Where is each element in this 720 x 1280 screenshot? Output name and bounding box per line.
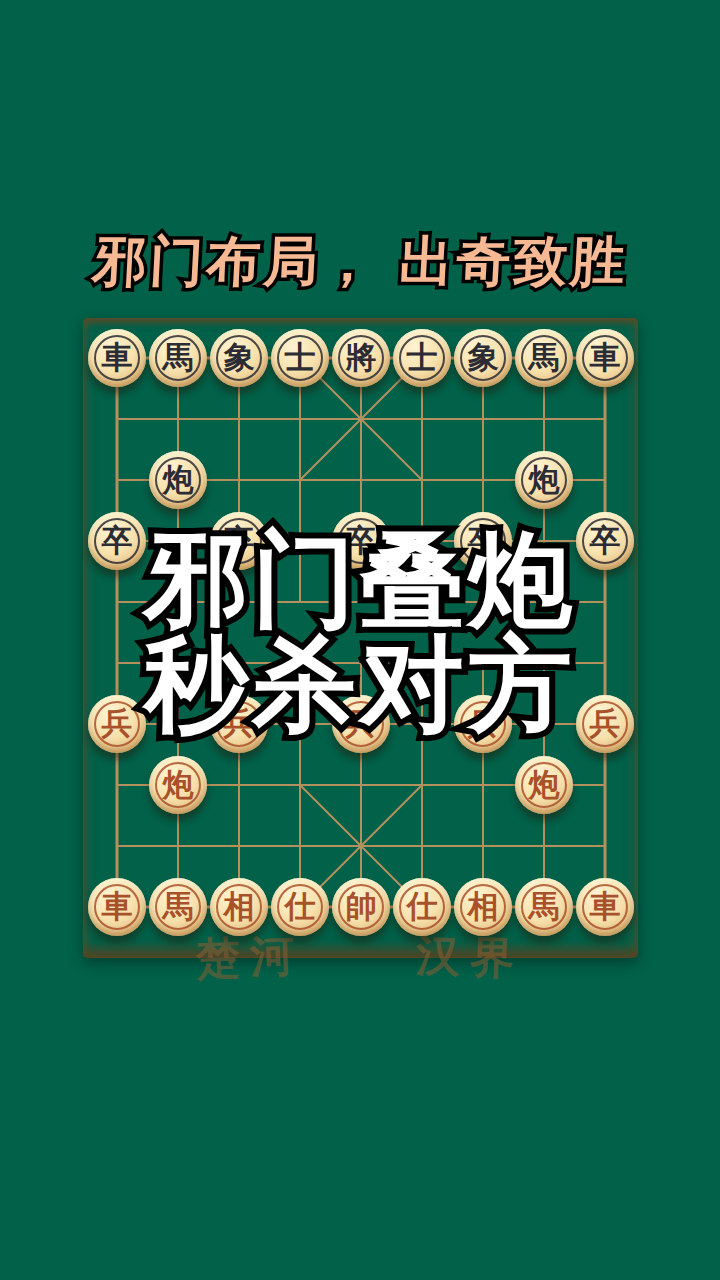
piece-glyph: 仕: [393, 877, 451, 935]
piece-red-仕[interactable]: 仕: [393, 878, 451, 936]
piece-glyph: 炮: [515, 450, 573, 508]
piece-glyph: 馬: [515, 877, 573, 935]
piece-red-車[interactable]: 車: [576, 878, 634, 936]
piece-black-象[interactable]: 象: [210, 329, 268, 387]
piece-glyph: 炮: [149, 755, 207, 813]
piece-black-馬[interactable]: 馬: [149, 329, 207, 387]
piece-red-炮[interactable]: 炮: [515, 756, 573, 814]
top-banner-title: 邪门布局， 出奇致胜: [0, 226, 720, 299]
piece-red-帥[interactable]: 帥: [332, 878, 390, 936]
piece-glyph: 車: [88, 877, 146, 935]
piece-red-馬[interactable]: 馬: [515, 878, 573, 936]
piece-glyph: 馬: [515, 328, 573, 386]
piece-red-相[interactable]: 相: [454, 878, 512, 936]
piece-black-士[interactable]: 士: [271, 329, 329, 387]
piece-red-相[interactable]: 相: [210, 878, 268, 936]
piece-glyph: 象: [454, 328, 512, 386]
piece-black-炮[interactable]: 炮: [149, 451, 207, 509]
caption-line-2: 秒杀对方: [0, 632, 720, 736]
piece-glyph: 馬: [149, 328, 207, 386]
piece-glyph: 士: [393, 328, 451, 386]
piece-glyph: 相: [454, 877, 512, 935]
caption-overlay: 邪门叠炮 秒杀对方: [0, 528, 720, 736]
piece-glyph: 帥: [332, 877, 390, 935]
caption-line-1: 邪门叠炮: [0, 528, 720, 632]
piece-black-象[interactable]: 象: [454, 329, 512, 387]
piece-black-將[interactable]: 將: [332, 329, 390, 387]
screen: 邪门布局， 出奇致胜 楚河 汉界 車馬象士將士象馬車炮炮卒卒卒卒卒兵兵兵兵兵炮炮…: [0, 0, 720, 1280]
piece-red-車[interactable]: 車: [88, 878, 146, 936]
piece-glyph: 相: [210, 877, 268, 935]
piece-black-車[interactable]: 車: [576, 329, 634, 387]
piece-red-炮[interactable]: 炮: [149, 756, 207, 814]
piece-black-車[interactable]: 車: [88, 329, 146, 387]
piece-red-仕[interactable]: 仕: [271, 878, 329, 936]
piece-black-士[interactable]: 士: [393, 329, 451, 387]
piece-glyph: 仕: [271, 877, 329, 935]
piece-glyph: 士: [271, 328, 329, 386]
piece-glyph: 車: [88, 328, 146, 386]
piece-glyph: 象: [210, 328, 268, 386]
piece-glyph: 炮: [149, 450, 207, 508]
piece-glyph: 車: [576, 328, 634, 386]
piece-glyph: 車: [576, 877, 634, 935]
piece-black-炮[interactable]: 炮: [515, 451, 573, 509]
piece-black-馬[interactable]: 馬: [515, 329, 573, 387]
piece-glyph: 將: [332, 328, 390, 386]
piece-red-馬[interactable]: 馬: [149, 878, 207, 936]
piece-glyph: 馬: [149, 877, 207, 935]
piece-glyph: 炮: [515, 755, 573, 813]
